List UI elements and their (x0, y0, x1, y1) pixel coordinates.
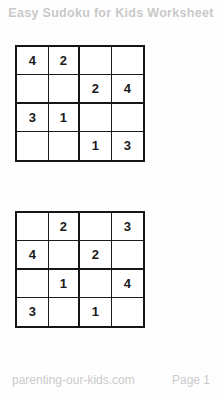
grid2-cell-r4c2 (49, 298, 81, 326)
footer-website: parenting-our-kids.com (12, 373, 135, 387)
grid1-cell-r3c2: 1 (49, 104, 81, 132)
grid1-cell-r1c4 (112, 47, 144, 75)
grid2-cell-r2c4 (112, 241, 144, 269)
grid1-cell-r4c4: 3 (112, 132, 144, 160)
grid1-cell-r4c1 (17, 132, 49, 160)
sudoku-worksheet-page: { "game": "sudoku", "variant": "4x4 kids… (0, 0, 222, 400)
grid1-cell-r3c4 (112, 104, 144, 132)
grid1-cell-r3c3 (80, 104, 112, 132)
grid1-cell-r2c2 (49, 75, 81, 103)
grid2-cell-r1c4: 3 (112, 213, 144, 241)
grid2-cell-r2c2 (49, 241, 81, 269)
grid2-cell-r1c1 (17, 213, 49, 241)
footer-page-number: Page 1 (172, 373, 210, 387)
grid2-cell-r2c1: 4 (17, 241, 49, 269)
grid1-cell-r1c1: 4 (17, 47, 49, 75)
grid1-cell-r3c1: 3 (17, 104, 49, 132)
grid2-cell-r3c4: 4 (112, 270, 144, 298)
grid2-cell-r2c3: 2 (80, 241, 112, 269)
grid2-cell-r1c3 (80, 213, 112, 241)
grid2-cell-r4c3: 1 (80, 298, 112, 326)
grid2-cell-r4c4 (112, 298, 144, 326)
grid1-cell-r1c2: 2 (49, 47, 81, 75)
grid1-cell-r2c1 (17, 75, 49, 103)
footer: parenting-our-kids.com Page 1 (0, 373, 222, 387)
sudoku-grid-2: 2 3 4 2 1 4 3 1 (15, 211, 145, 328)
grid2-cell-r3c2: 1 (49, 270, 81, 298)
grid2-cell-r3c1 (17, 270, 49, 298)
grid1-cell-r4c3: 1 (80, 132, 112, 160)
grid2-cell-r3c3 (80, 270, 112, 298)
grid1-cell-r4c2 (49, 132, 81, 160)
grid1-cell-r2c3: 2 (80, 75, 112, 103)
worksheet-title: Easy Sudoku for Kids Worksheet (0, 6, 222, 20)
grid2-cell-r1c2: 2 (49, 213, 81, 241)
sudoku-grid-1: 4 2 2 4 3 1 1 3 (15, 45, 145, 162)
grid1-cell-r2c4: 4 (112, 75, 144, 103)
grid2-cell-r4c1: 3 (17, 298, 49, 326)
grid1-cell-r1c3 (80, 47, 112, 75)
